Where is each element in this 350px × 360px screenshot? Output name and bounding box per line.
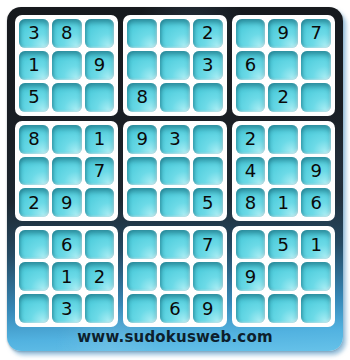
cell-r1c3[interactable] [85,19,115,48]
cell-r6c5[interactable] [160,188,190,217]
sudoku-grid: 381952389762817299352498166123769519 [15,15,335,327]
box-3-1: 6123 [15,226,118,327]
cell-r5c6[interactable] [193,157,223,186]
cell-r8c6[interactable] [193,262,223,291]
footer: www.sudokusweb.com [7,327,343,346]
cell-r2c3[interactable]: 9 [85,51,115,80]
cell-r2c2[interactable] [52,51,82,80]
cell-r4c8[interactable] [268,125,298,154]
cell-r5c1[interactable] [19,157,49,186]
cell-r4c9[interactable] [301,125,331,154]
cell-r7c7[interactable] [236,230,266,259]
cell-r8c8[interactable] [268,262,298,291]
cell-r1c5[interactable] [160,19,190,48]
cell-r9c9[interactable] [301,294,331,323]
cell-r3c9[interactable] [301,83,331,112]
box-3-2: 769 [123,226,226,327]
cell-r2c6[interactable]: 3 [193,51,223,80]
cell-r5c8[interactable] [268,157,298,186]
box-3-3: 519 [232,226,335,327]
cell-r5c2[interactable] [52,157,82,186]
page: 381952389762817299352498166123769519 www… [0,0,350,360]
cell-r5c7[interactable]: 4 [236,157,266,186]
cell-r1c2[interactable]: 8 [52,19,82,48]
cell-r3c3[interactable] [85,83,115,112]
cell-r6c1[interactable]: 2 [19,188,49,217]
cell-r3c4[interactable]: 8 [127,83,157,112]
cell-r7c8[interactable]: 5 [268,230,298,259]
cell-r6c2[interactable]: 9 [52,188,82,217]
cell-r5c9[interactable]: 9 [301,157,331,186]
cell-r9c8[interactable] [268,294,298,323]
box-1-1: 38195 [15,15,118,116]
cell-r3c2[interactable] [52,83,82,112]
cell-r6c3[interactable] [85,188,115,217]
cell-r9c5[interactable]: 6 [160,294,190,323]
box-2-3: 249816 [232,121,335,222]
board-frame: 381952389762817299352498166123769519 www… [7,7,343,351]
box-2-2: 935 [123,121,226,222]
cell-r6c7[interactable]: 8 [236,188,266,217]
cell-r1c8[interactable]: 9 [268,19,298,48]
cell-r5c5[interactable] [160,157,190,186]
cell-r7c4[interactable] [127,230,157,259]
cell-r7c6[interactable]: 7 [193,230,223,259]
cell-r5c4[interactable] [127,157,157,186]
cell-r8c4[interactable] [127,262,157,291]
cell-r3c5[interactable] [160,83,190,112]
cell-r6c4[interactable] [127,188,157,217]
cell-r9c6[interactable]: 9 [193,294,223,323]
cell-r3c7[interactable] [236,83,266,112]
cell-r9c2[interactable]: 3 [52,294,82,323]
cell-r8c1[interactable] [19,262,49,291]
cell-r7c5[interactable] [160,230,190,259]
cell-r4c7[interactable]: 2 [236,125,266,154]
cell-r4c1[interactable]: 8 [19,125,49,154]
cell-r4c3[interactable]: 1 [85,125,115,154]
cell-r2c7[interactable]: 6 [236,51,266,80]
cell-r8c7[interactable]: 9 [236,262,266,291]
cell-r1c4[interactable] [127,19,157,48]
cell-r4c5[interactable]: 3 [160,125,190,154]
cell-r7c9[interactable]: 1 [301,230,331,259]
site-url[interactable]: www.sudokusweb.com [77,328,272,346]
cell-r7c2[interactable]: 6 [52,230,82,259]
cell-r5c3[interactable]: 7 [85,157,115,186]
cell-r3c8[interactable]: 2 [268,83,298,112]
cell-r6c6[interactable]: 5 [193,188,223,217]
cell-r1c7[interactable] [236,19,266,48]
cell-r2c5[interactable] [160,51,190,80]
cell-r6c8[interactable]: 1 [268,188,298,217]
cell-r9c1[interactable] [19,294,49,323]
cell-r9c3[interactable] [85,294,115,323]
box-2-1: 81729 [15,121,118,222]
cell-r4c2[interactable] [52,125,82,154]
cell-r8c2[interactable]: 1 [52,262,82,291]
cell-r6c9[interactable]: 6 [301,188,331,217]
cell-r3c1[interactable]: 5 [19,83,49,112]
cell-r7c3[interactable] [85,230,115,259]
box-1-3: 9762 [232,15,335,116]
cell-r9c7[interactable] [236,294,266,323]
cell-r7c1[interactable] [19,230,49,259]
cell-r2c1[interactable]: 1 [19,51,49,80]
cell-r8c9[interactable] [301,262,331,291]
cell-r2c9[interactable] [301,51,331,80]
cell-r1c9[interactable]: 7 [301,19,331,48]
box-1-2: 238 [123,15,226,116]
cell-r1c1[interactable]: 3 [19,19,49,48]
cell-r4c6[interactable] [193,125,223,154]
cell-r4c4[interactable]: 9 [127,125,157,154]
cell-r2c8[interactable] [268,51,298,80]
cell-r9c4[interactable] [127,294,157,323]
cell-r1c6[interactable]: 2 [193,19,223,48]
cell-r8c3[interactable]: 2 [85,262,115,291]
cell-r8c5[interactable] [160,262,190,291]
cell-r2c4[interactable] [127,51,157,80]
cell-r3c6[interactable] [193,83,223,112]
